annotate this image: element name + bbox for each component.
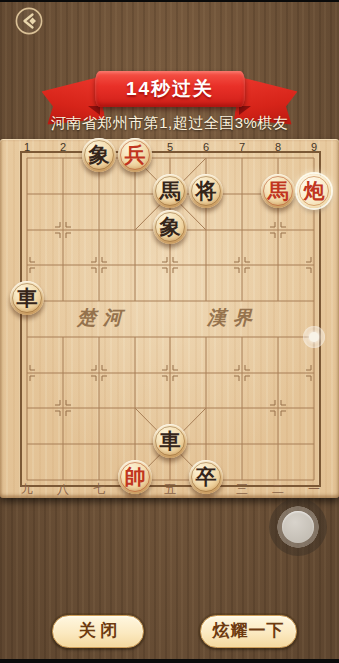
bottom-edge-line [0,659,339,663]
file-label-top: 8 [270,141,286,153]
app-screen: 14秒过关 河南省郑州市第1,超过全国3%棋友 123456789 九八七六五四… [0,0,339,663]
piece-black-象[interactable]: 象 [82,138,116,172]
file-label-bottom: 七 [91,481,107,498]
piece-black-卒[interactable]: 卒 [189,460,223,494]
file-label-bottom: 三 [234,481,250,498]
show-off-button[interactable]: 炫耀一下 [200,615,297,648]
file-label-top: 2 [55,141,71,153]
file-label-bottom: 一 [306,481,322,498]
piece-red-炮[interactable]: 炮 [297,174,331,208]
file-label-top: 5 [162,141,178,153]
file-label-bottom: 八 [55,481,71,498]
last-move-origin-marker [303,326,325,348]
floating-ball-button[interactable] [269,498,327,556]
piece-red-兵[interactable]: 兵 [118,138,152,172]
piece-red-馬[interactable]: 馬 [261,174,295,208]
river-label-right: 漢界 [198,306,268,328]
file-label-top: 1 [19,141,35,153]
ribbon-band: 14秒过关 [95,71,245,107]
file-label-bottom: 五 [162,481,178,498]
river-label-left: 楚河 [68,306,138,328]
file-label-bottom: 二 [270,481,286,498]
piece-red-帥[interactable]: 帥 [118,460,152,494]
file-label-top: 6 [198,141,214,153]
back-arrow-icon [14,6,44,36]
file-label-top: 9 [306,141,322,153]
piece-black-馬[interactable]: 馬 [153,174,187,208]
top-edge-line [0,0,339,2]
back-button[interactable] [14,6,44,36]
piece-black-象[interactable]: 象 [153,210,187,244]
close-button[interactable]: 关闭 [52,615,144,648]
clear-time-title: 14秒过关 [95,71,245,107]
file-label-bottom: 九 [19,481,35,498]
file-label-top: 7 [234,141,250,153]
xiangqi-board[interactable]: 123456789 九八七六五四三二一 楚河 漢界 象兵馬将馬炮象車車帥卒 [0,139,339,498]
piece-black-車[interactable]: 車 [10,281,44,315]
piece-black-将[interactable]: 将 [189,174,223,208]
ranking-subtitle: 河南省郑州市第1,超过全国3%棋友 [0,114,339,133]
piece-black-車[interactable]: 車 [153,424,187,458]
